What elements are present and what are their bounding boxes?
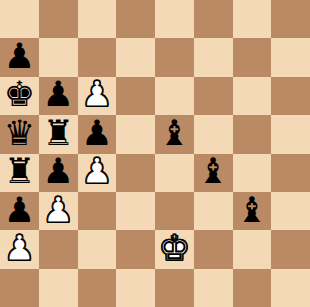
square-e4[interactable] [155, 154, 194, 192]
square-f5[interactable] [194, 115, 233, 153]
piece-black-rook[interactable]: ♜ [4, 154, 35, 189]
square-b8[interactable] [39, 0, 78, 38]
square-c4[interactable]: ♟ [78, 154, 117, 192]
piece-white-pawn[interactable]: ♟ [81, 77, 112, 112]
piece-black-queen[interactable]: ♛ [4, 116, 35, 151]
square-b5[interactable]: ♜ [39, 115, 78, 153]
square-g2[interactable] [233, 230, 272, 268]
square-g5[interactable] [233, 115, 272, 153]
square-e1[interactable] [155, 269, 194, 307]
square-e6[interactable] [155, 77, 194, 115]
piece-black-pawn[interactable]: ♟ [4, 193, 35, 228]
piece-white-pawn[interactable]: ♟ [42, 193, 73, 228]
piece-black-pawn[interactable]: ♟ [81, 116, 112, 151]
square-d4[interactable] [116, 154, 155, 192]
square-h3[interactable] [271, 192, 310, 230]
square-c1[interactable] [78, 269, 117, 307]
piece-black-rook[interactable]: ♜ [42, 116, 73, 151]
square-f6[interactable] [194, 77, 233, 115]
piece-black-bishop[interactable]: ♝ [159, 116, 190, 151]
square-c3[interactable] [78, 192, 117, 230]
piece-black-king[interactable]: ♚ [4, 77, 35, 112]
square-g1[interactable] [233, 269, 272, 307]
square-d8[interactable] [116, 0, 155, 38]
square-d7[interactable] [116, 38, 155, 76]
square-d1[interactable] [116, 269, 155, 307]
square-e5[interactable]: ♝ [155, 115, 194, 153]
square-a5[interactable]: ♛ [0, 115, 39, 153]
square-b6[interactable]: ♟ [39, 77, 78, 115]
chess-board: ♟♚♟♟♛♜♟♝♜♟♟♝♟♟♝♟♚ [0, 0, 310, 307]
square-a1[interactable] [0, 269, 39, 307]
square-h4[interactable] [271, 154, 310, 192]
square-d5[interactable] [116, 115, 155, 153]
square-b7[interactable] [39, 38, 78, 76]
piece-black-bishop[interactable]: ♝ [236, 193, 267, 228]
square-h5[interactable] [271, 115, 310, 153]
square-g3[interactable]: ♝ [233, 192, 272, 230]
square-c5[interactable]: ♟ [78, 115, 117, 153]
square-a4[interactable]: ♜ [0, 154, 39, 192]
square-c6[interactable]: ♟ [78, 77, 117, 115]
square-a6[interactable]: ♚ [0, 77, 39, 115]
square-f3[interactable] [194, 192, 233, 230]
square-e8[interactable] [155, 0, 194, 38]
square-a3[interactable]: ♟ [0, 192, 39, 230]
square-c8[interactable] [78, 0, 117, 38]
square-f4[interactable]: ♝ [194, 154, 233, 192]
square-a8[interactable] [0, 0, 39, 38]
square-f1[interactable] [194, 269, 233, 307]
square-d2[interactable] [116, 230, 155, 268]
piece-black-pawn[interactable]: ♟ [42, 77, 73, 112]
piece-white-king[interactable]: ♚ [159, 231, 190, 266]
square-g6[interactable] [233, 77, 272, 115]
square-g8[interactable] [233, 0, 272, 38]
piece-black-bishop[interactable]: ♝ [197, 154, 228, 189]
square-f8[interactable] [194, 0, 233, 38]
piece-white-pawn[interactable]: ♟ [4, 231, 35, 266]
square-g7[interactable] [233, 38, 272, 76]
square-f2[interactable] [194, 230, 233, 268]
square-h7[interactable] [271, 38, 310, 76]
square-h1[interactable] [271, 269, 310, 307]
square-h2[interactable] [271, 230, 310, 268]
square-b2[interactable] [39, 230, 78, 268]
piece-white-pawn[interactable]: ♟ [81, 154, 112, 189]
square-b3[interactable]: ♟ [39, 192, 78, 230]
square-g4[interactable] [233, 154, 272, 192]
square-b4[interactable]: ♟ [39, 154, 78, 192]
square-d6[interactable] [116, 77, 155, 115]
square-e2[interactable]: ♚ [155, 230, 194, 268]
square-e7[interactable] [155, 38, 194, 76]
piece-black-pawn[interactable]: ♟ [42, 154, 73, 189]
square-d3[interactable] [116, 192, 155, 230]
square-a7[interactable]: ♟ [0, 38, 39, 76]
square-a2[interactable]: ♟ [0, 230, 39, 268]
square-c7[interactable] [78, 38, 117, 76]
square-e3[interactable] [155, 192, 194, 230]
square-h8[interactable] [271, 0, 310, 38]
square-f7[interactable] [194, 38, 233, 76]
square-c2[interactable] [78, 230, 117, 268]
square-b1[interactable] [39, 269, 78, 307]
piece-black-pawn[interactable]: ♟ [4, 39, 35, 74]
chess-board-window: ♟♚♟♟♛♜♟♝♜♟♟♝♟♟♝♟♚ [0, 0, 310, 307]
square-h6[interactable] [271, 77, 310, 115]
